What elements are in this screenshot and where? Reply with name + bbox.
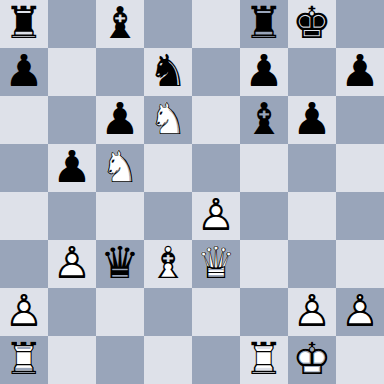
square-d8[interactable] bbox=[144, 0, 192, 48]
square-d6[interactable]: ♞♘ bbox=[144, 96, 192, 144]
square-b7[interactable] bbox=[48, 48, 96, 96]
white-king[interactable]: ♚♔ bbox=[288, 336, 336, 384]
square-g8[interactable]: ♚ bbox=[288, 0, 336, 48]
white-knight[interactable]: ♞♘ bbox=[96, 144, 144, 192]
black-pawn[interactable]: ♟ bbox=[48, 144, 96, 192]
square-a4[interactable] bbox=[0, 192, 48, 240]
square-b3[interactable]: ♟♙ bbox=[48, 240, 96, 288]
black-rook-icon: ♜ bbox=[0, 0, 48, 48]
black-queen-icon: ♛ bbox=[96, 240, 144, 288]
square-g4[interactable] bbox=[288, 192, 336, 240]
white-pawn[interactable]: ♟♙ bbox=[0, 288, 48, 336]
black-bishop-icon: ♝ bbox=[96, 0, 144, 48]
square-d4[interactable] bbox=[144, 192, 192, 240]
square-h4[interactable] bbox=[336, 192, 384, 240]
white-knight-icon: ♘ bbox=[96, 144, 144, 192]
black-pawn[interactable]: ♟ bbox=[0, 48, 48, 96]
square-c5[interactable]: ♞♘ bbox=[96, 144, 144, 192]
black-pawn-icon: ♟ bbox=[48, 144, 96, 192]
black-rook-icon: ♜ bbox=[240, 0, 288, 48]
black-pawn-icon: ♟ bbox=[96, 96, 144, 144]
white-pawn-icon: ♙ bbox=[192, 192, 240, 240]
black-king-icon: ♚ bbox=[288, 0, 336, 48]
black-knight-icon: ♞ bbox=[144, 48, 192, 96]
square-a5[interactable] bbox=[0, 144, 48, 192]
square-h1[interactable] bbox=[336, 336, 384, 384]
square-e6[interactable] bbox=[192, 96, 240, 144]
white-pawn[interactable]: ♟♙ bbox=[48, 240, 96, 288]
square-g6[interactable]: ♟ bbox=[288, 96, 336, 144]
white-queen[interactable]: ♛♕ bbox=[192, 240, 240, 288]
square-e5[interactable] bbox=[192, 144, 240, 192]
square-a3[interactable] bbox=[0, 240, 48, 288]
square-a8[interactable]: ♜ bbox=[0, 0, 48, 48]
square-c1[interactable] bbox=[96, 336, 144, 384]
black-bishop[interactable]: ♝ bbox=[96, 0, 144, 48]
square-c3[interactable]: ♛ bbox=[96, 240, 144, 288]
square-f6[interactable]: ♝ bbox=[240, 96, 288, 144]
black-pawn[interactable]: ♟ bbox=[336, 48, 384, 96]
square-g1[interactable]: ♚♔ bbox=[288, 336, 336, 384]
square-d2[interactable] bbox=[144, 288, 192, 336]
black-pawn-icon: ♟ bbox=[288, 96, 336, 144]
black-king[interactable]: ♚ bbox=[288, 0, 336, 48]
square-h6[interactable] bbox=[336, 96, 384, 144]
black-pawn-icon: ♟ bbox=[240, 48, 288, 96]
square-g5[interactable] bbox=[288, 144, 336, 192]
white-rook[interactable]: ♜♖ bbox=[0, 336, 48, 384]
chess-board: ♜♝♜♚♟♞♟♟♟♞♘♝♟♟♞♘♟♙♟♙♛♝♗♛♕♟♙♟♙♟♙♜♖♜♖♚♔ bbox=[0, 0, 384, 384]
white-rook-icon: ♖ bbox=[240, 336, 288, 384]
black-pawn[interactable]: ♟ bbox=[240, 48, 288, 96]
white-pawn[interactable]: ♟♙ bbox=[192, 192, 240, 240]
white-rook-icon: ♖ bbox=[0, 336, 48, 384]
black-queen[interactable]: ♛ bbox=[96, 240, 144, 288]
square-f7[interactable]: ♟ bbox=[240, 48, 288, 96]
black-rook[interactable]: ♜ bbox=[0, 0, 48, 48]
black-pawn[interactable]: ♟ bbox=[96, 96, 144, 144]
black-rook[interactable]: ♜ bbox=[240, 0, 288, 48]
square-c4[interactable] bbox=[96, 192, 144, 240]
white-pawn-icon: ♙ bbox=[288, 288, 336, 336]
square-b1[interactable] bbox=[48, 336, 96, 384]
square-c8[interactable]: ♝ bbox=[96, 0, 144, 48]
square-b2[interactable] bbox=[48, 288, 96, 336]
white-pawn[interactable]: ♟♙ bbox=[288, 288, 336, 336]
square-b8[interactable] bbox=[48, 0, 96, 48]
square-d1[interactable] bbox=[144, 336, 192, 384]
square-g3[interactable] bbox=[288, 240, 336, 288]
square-c6[interactable]: ♟ bbox=[96, 96, 144, 144]
white-pawn[interactable]: ♟♙ bbox=[336, 288, 384, 336]
white-king-icon: ♔ bbox=[288, 336, 336, 384]
square-e3[interactable]: ♛♕ bbox=[192, 240, 240, 288]
square-g2[interactable]: ♟♙ bbox=[288, 288, 336, 336]
square-c2[interactable] bbox=[96, 288, 144, 336]
square-d3[interactable]: ♝♗ bbox=[144, 240, 192, 288]
white-knight[interactable]: ♞♘ bbox=[144, 96, 192, 144]
square-f8[interactable]: ♜ bbox=[240, 0, 288, 48]
square-b5[interactable]: ♟ bbox=[48, 144, 96, 192]
white-bishop[interactable]: ♝♗ bbox=[144, 240, 192, 288]
square-f1[interactable]: ♜♖ bbox=[240, 336, 288, 384]
white-rook[interactable]: ♜♖ bbox=[240, 336, 288, 384]
square-d5[interactable] bbox=[144, 144, 192, 192]
white-knight-icon: ♘ bbox=[144, 96, 192, 144]
square-h8[interactable] bbox=[336, 0, 384, 48]
square-f2[interactable] bbox=[240, 288, 288, 336]
black-knight[interactable]: ♞ bbox=[144, 48, 192, 96]
white-queen-icon: ♕ bbox=[192, 240, 240, 288]
white-pawn-icon: ♙ bbox=[48, 240, 96, 288]
square-e4[interactable]: ♟♙ bbox=[192, 192, 240, 240]
square-e1[interactable] bbox=[192, 336, 240, 384]
square-e7[interactable] bbox=[192, 48, 240, 96]
square-e2[interactable] bbox=[192, 288, 240, 336]
black-pawn-icon: ♟ bbox=[336, 48, 384, 96]
square-h7[interactable]: ♟ bbox=[336, 48, 384, 96]
square-e8[interactable] bbox=[192, 0, 240, 48]
square-b6[interactable] bbox=[48, 96, 96, 144]
square-f4[interactable] bbox=[240, 192, 288, 240]
square-f5[interactable] bbox=[240, 144, 288, 192]
square-c7[interactable] bbox=[96, 48, 144, 96]
square-a6[interactable] bbox=[0, 96, 48, 144]
white-pawn-icon: ♙ bbox=[0, 288, 48, 336]
square-d7[interactable]: ♞ bbox=[144, 48, 192, 96]
black-pawn[interactable]: ♟ bbox=[288, 96, 336, 144]
square-a1[interactable]: ♜♖ bbox=[0, 336, 48, 384]
square-g7[interactable] bbox=[288, 48, 336, 96]
black-bishop-icon: ♝ bbox=[240, 96, 288, 144]
square-a7[interactable]: ♟ bbox=[0, 48, 48, 96]
square-a2[interactable]: ♟♙ bbox=[0, 288, 48, 336]
black-pawn-icon: ♟ bbox=[0, 48, 48, 96]
square-h5[interactable] bbox=[336, 144, 384, 192]
square-f3[interactable] bbox=[240, 240, 288, 288]
square-b4[interactable] bbox=[48, 192, 96, 240]
square-h2[interactable]: ♟♙ bbox=[336, 288, 384, 336]
white-bishop-icon: ♗ bbox=[144, 240, 192, 288]
white-pawn-icon: ♙ bbox=[336, 288, 384, 336]
black-bishop[interactable]: ♝ bbox=[240, 96, 288, 144]
square-h3[interactable] bbox=[336, 240, 384, 288]
